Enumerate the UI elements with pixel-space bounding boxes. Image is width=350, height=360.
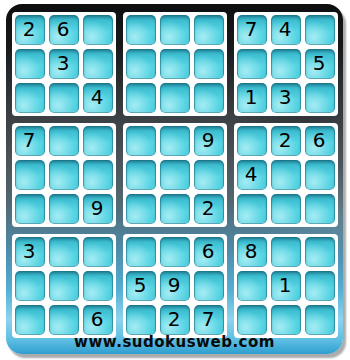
cell-r3c2[interactable]	[49, 83, 79, 113]
cell-r1c5[interactable]	[160, 15, 190, 45]
cell-r8c8[interactable]: 1	[271, 271, 301, 301]
sudoku-board: 2634745137992264366592781	[12, 12, 338, 338]
box-r1c3: 74513	[234, 12, 338, 116]
cell-r5c9[interactable]	[305, 160, 335, 190]
cell-r3c8[interactable]: 3	[271, 83, 301, 113]
cell-r8c9[interactable]	[305, 271, 335, 301]
cell-r7c5[interactable]	[160, 237, 190, 267]
cell-r2c2[interactable]: 3	[49, 49, 79, 79]
box-r1c2	[123, 12, 227, 116]
cell-r3c4[interactable]	[126, 83, 156, 113]
box-r2c1: 79	[12, 123, 116, 227]
cell-r9c8[interactable]	[271, 305, 301, 335]
cell-r2c1[interactable]	[15, 49, 45, 79]
board-frame: 2634745137992264366592781 www.sudokusweb…	[6, 4, 343, 354]
box-r2c2: 92	[123, 123, 227, 227]
cell-r9c2[interactable]	[49, 305, 79, 335]
cell-r7c2[interactable]	[49, 237, 79, 267]
cell-r3c7[interactable]: 1	[237, 83, 267, 113]
cell-r2c4[interactable]	[126, 49, 156, 79]
cell-r3c1[interactable]	[15, 83, 45, 113]
cell-r4c2[interactable]	[49, 126, 79, 156]
cell-r1c2[interactable]: 6	[49, 15, 79, 45]
cell-r5c3[interactable]	[83, 160, 113, 190]
cell-r5c8[interactable]	[271, 160, 301, 190]
cell-r9c5[interactable]: 2	[160, 305, 190, 335]
cell-r9c3[interactable]: 6	[83, 305, 113, 335]
cell-r9c9[interactable]	[305, 305, 335, 335]
cell-r5c4[interactable]	[126, 160, 156, 190]
box-r3c2: 65927	[123, 234, 227, 338]
cell-r8c1[interactable]	[15, 271, 45, 301]
cell-r4c7[interactable]	[237, 126, 267, 156]
cell-r3c5[interactable]	[160, 83, 190, 113]
cell-r5c6[interactable]	[194, 160, 224, 190]
cell-r7c9[interactable]	[305, 237, 335, 267]
cell-r8c6[interactable]	[194, 271, 224, 301]
cell-r4c3[interactable]	[83, 126, 113, 156]
box-r1c1: 2634	[12, 12, 116, 116]
cell-r2c9[interactable]: 5	[305, 49, 335, 79]
site-url-caption: www.sudokusweb.com	[6, 334, 343, 351]
cell-r1c1[interactable]: 2	[15, 15, 45, 45]
cell-r2c5[interactable]	[160, 49, 190, 79]
cell-r5c1[interactable]	[15, 160, 45, 190]
cell-r9c7[interactable]	[237, 305, 267, 335]
cell-r6c4[interactable]	[126, 194, 156, 224]
cell-r4c9[interactable]: 6	[305, 126, 335, 156]
cell-r3c3[interactable]: 4	[83, 83, 113, 113]
cell-r8c2[interactable]	[49, 271, 79, 301]
cell-r4c6[interactable]: 9	[194, 126, 224, 156]
cell-r4c4[interactable]	[126, 126, 156, 156]
sudoku-app: 2634745137992264366592781 www.sudokusweb…	[0, 0, 350, 360]
cell-r1c8[interactable]: 4	[271, 15, 301, 45]
cell-r6c2[interactable]	[49, 194, 79, 224]
box-r3c1: 36	[12, 234, 116, 338]
cell-r4c1[interactable]: 7	[15, 126, 45, 156]
cell-r6c7[interactable]	[237, 194, 267, 224]
cell-r9c1[interactable]	[15, 305, 45, 335]
cell-r2c6[interactable]	[194, 49, 224, 79]
cell-r5c2[interactable]	[49, 160, 79, 190]
box-r3c3: 81	[234, 234, 338, 338]
cell-r6c8[interactable]	[271, 194, 301, 224]
cell-r4c8[interactable]: 2	[271, 126, 301, 156]
cell-r7c7[interactable]: 8	[237, 237, 267, 267]
cell-r3c6[interactable]	[194, 83, 224, 113]
cell-r2c8[interactable]	[271, 49, 301, 79]
cell-r5c7[interactable]: 4	[237, 160, 267, 190]
cell-r7c6[interactable]: 6	[194, 237, 224, 267]
cell-r2c7[interactable]	[237, 49, 267, 79]
cell-r1c4[interactable]	[126, 15, 156, 45]
cell-r5c5[interactable]	[160, 160, 190, 190]
cell-r9c6[interactable]: 7	[194, 305, 224, 335]
cell-r7c8[interactable]	[271, 237, 301, 267]
cell-r1c3[interactable]	[83, 15, 113, 45]
cell-r1c7[interactable]: 7	[237, 15, 267, 45]
cell-r8c4[interactable]: 5	[126, 271, 156, 301]
cell-r3c9[interactable]	[305, 83, 335, 113]
cell-r4c5[interactable]	[160, 126, 190, 156]
cell-r6c6[interactable]: 2	[194, 194, 224, 224]
cell-r7c1[interactable]: 3	[15, 237, 45, 267]
cell-r2c3[interactable]	[83, 49, 113, 79]
cell-r8c7[interactable]	[237, 271, 267, 301]
cell-r1c6[interactable]	[194, 15, 224, 45]
cell-r6c5[interactable]	[160, 194, 190, 224]
cell-r8c5[interactable]: 9	[160, 271, 190, 301]
cell-r6c1[interactable]	[15, 194, 45, 224]
box-r2c3: 264	[234, 123, 338, 227]
cell-r6c9[interactable]	[305, 194, 335, 224]
cell-r7c4[interactable]	[126, 237, 156, 267]
cell-r9c4[interactable]	[126, 305, 156, 335]
cell-r8c3[interactable]	[83, 271, 113, 301]
cell-r7c3[interactable]	[83, 237, 113, 267]
cell-r6c3[interactable]: 9	[83, 194, 113, 224]
cell-r1c9[interactable]	[305, 15, 335, 45]
